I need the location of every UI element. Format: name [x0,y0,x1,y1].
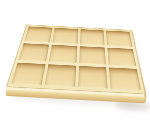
tray-cell-r3c2 [44,64,75,86]
tray-scene [0,0,150,125]
tray-cell-r3c1 [11,63,45,85]
tray-board [6,24,146,94]
tray-cell-r1c3 [80,29,105,45]
tray-cell-r1c4 [106,31,132,47]
tray-cell-r2c3 [79,46,106,65]
tray-cell-r1c2 [52,28,78,44]
product-photo-wooden-tray [0,0,150,125]
tray-cell-r3c3 [78,66,108,88]
tray-cell-r2c2 [49,45,77,64]
tray-cell-r2c4 [107,48,136,67]
tray-cell-r1c1 [24,26,52,42]
tray-cell-r3c4 [109,68,141,91]
tray-cell-r2c1 [18,43,49,62]
